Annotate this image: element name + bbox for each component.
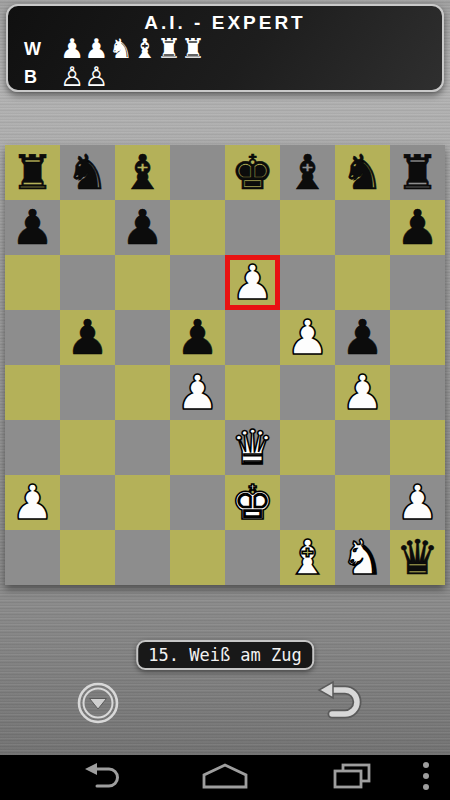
square-a5[interactable] — [5, 310, 60, 365]
white-captured-row: W ♟♟♞♝♜♜ — [24, 36, 442, 62]
piece-black-pawn: ♟ — [66, 310, 109, 365]
square-b4[interactable] — [60, 365, 115, 420]
square-b2[interactable] — [60, 475, 115, 530]
square-b6[interactable] — [60, 255, 115, 310]
square-d1[interactable] — [170, 530, 225, 585]
square-f6[interactable] — [280, 255, 335, 310]
piece-black-pawn: ♟ — [176, 310, 219, 365]
square-g7[interactable] — [335, 200, 390, 255]
square-e1[interactable] — [225, 530, 280, 585]
square-b8[interactable]: ♞ — [60, 145, 115, 200]
square-f4[interactable] — [280, 365, 335, 420]
black-captured-row: B ♙♙ — [24, 64, 442, 90]
circle-down-arrow-icon — [76, 713, 120, 728]
black-side-label: B — [24, 67, 60, 88]
square-f2[interactable] — [280, 475, 335, 530]
captured-white-pawn: ♟ — [60, 36, 84, 62]
piece-black-rook: ♜ — [396, 145, 439, 200]
piece-white-pawn: ♟ — [341, 365, 384, 420]
piece-white-king: ♚ — [231, 475, 274, 530]
piece-black-pawn: ♟ — [11, 200, 54, 255]
square-h5[interactable] — [390, 310, 445, 365]
nav-recents-button[interactable] — [330, 755, 374, 800]
square-e3[interactable]: ♛ — [225, 420, 280, 475]
recents-icon — [332, 762, 372, 793]
square-d7[interactable] — [170, 200, 225, 255]
piece-white-pawn: ♟ — [11, 475, 54, 530]
square-e8[interactable]: ♚ — [225, 145, 280, 200]
square-h6[interactable] — [390, 255, 445, 310]
back-icon — [83, 761, 123, 794]
white-side-label: W — [24, 39, 60, 60]
square-c5[interactable] — [115, 310, 170, 365]
piece-white-pawn: ♟ — [231, 255, 274, 310]
square-a2[interactable]: ♟ — [5, 475, 60, 530]
square-h1[interactable]: ♛ — [390, 530, 445, 585]
square-f1[interactable]: ♝ — [280, 530, 335, 585]
square-a6[interactable] — [5, 255, 60, 310]
square-h7[interactable]: ♟ — [390, 200, 445, 255]
home-icon — [201, 763, 249, 792]
black-lost-pieces-tray: ♙♙ — [60, 64, 108, 90]
square-f7[interactable] — [280, 200, 335, 255]
game-info-panel: A.I. - EXPERT W ♟♟♞♝♜♜ B ♙♙ — [6, 4, 444, 92]
square-c8[interactable]: ♝ — [115, 145, 170, 200]
square-d6[interactable] — [170, 255, 225, 310]
chess-board[interactable]: ♜♞♝♚♝♞♜♟♟♟♟♟♟♟♟♟♟♛♟♚♟♝♞♛ — [5, 145, 445, 585]
piece-white-pawn: ♟ — [176, 365, 219, 420]
piece-black-rook: ♜ — [11, 145, 54, 200]
piece-white-pawn: ♟ — [286, 310, 329, 365]
android-navbar — [0, 755, 450, 800]
piece-black-pawn: ♟ — [396, 200, 439, 255]
square-c3[interactable] — [115, 420, 170, 475]
piece-white-knight: ♞ — [341, 530, 384, 585]
square-d8[interactable] — [170, 145, 225, 200]
piece-white-queen: ♛ — [231, 420, 274, 475]
undo-arrow-icon — [315, 714, 365, 729]
piece-black-king: ♚ — [231, 145, 274, 200]
square-a4[interactable] — [5, 365, 60, 420]
square-e6[interactable]: ♟ — [225, 255, 280, 310]
square-c1[interactable] — [115, 530, 170, 585]
square-g5[interactable]: ♟ — [335, 310, 390, 365]
app-screen: A.I. - EXPERT W ♟♟♞♝♜♜ B ♙♙ ♜♞♝♚♝♞♜♟♟♟♟♟… — [0, 0, 450, 800]
move-status: 15. Weiß am Zug — [136, 640, 314, 670]
square-e7[interactable] — [225, 200, 280, 255]
square-b7[interactable] — [60, 200, 115, 255]
nav-back-button[interactable] — [81, 755, 125, 800]
square-f5[interactable]: ♟ — [280, 310, 335, 365]
white-lost-pieces-tray: ♟♟♞♝♜♜ — [60, 36, 205, 62]
piece-black-bishop: ♝ — [121, 145, 164, 200]
square-g3[interactable] — [335, 420, 390, 475]
captured-white-rook: ♜ — [181, 36, 205, 62]
captured-black-pawn: ♙ — [84, 64, 108, 90]
square-a7[interactable]: ♟ — [5, 200, 60, 255]
square-e4[interactable] — [225, 365, 280, 420]
nav-overflow-menu-button[interactable] — [416, 755, 436, 800]
square-b3[interactable] — [60, 420, 115, 475]
square-e2[interactable]: ♚ — [225, 475, 280, 530]
piece-black-bishop: ♝ — [286, 145, 329, 200]
square-d3[interactable] — [170, 420, 225, 475]
piece-white-bishop: ♝ — [286, 530, 329, 585]
square-c7[interactable]: ♟ — [115, 200, 170, 255]
square-c4[interactable] — [115, 365, 170, 420]
captured-white-rook: ♜ — [157, 36, 181, 62]
undo-move-button[interactable] — [315, 680, 365, 726]
square-h4[interactable] — [390, 365, 445, 420]
piece-black-knight: ♞ — [66, 145, 109, 200]
square-g2[interactable] — [335, 475, 390, 530]
square-f3[interactable] — [280, 420, 335, 475]
square-g8[interactable]: ♞ — [335, 145, 390, 200]
square-b1[interactable] — [60, 530, 115, 585]
square-a1[interactable] — [5, 530, 60, 585]
captured-white-pawn: ♟ — [84, 36, 108, 62]
captured-black-pawn: ♙ — [60, 64, 84, 90]
game-title: A.I. - EXPERT — [8, 12, 442, 34]
piece-white-pawn: ♟ — [396, 475, 439, 530]
show-moves-button[interactable] — [76, 681, 120, 725]
square-g6[interactable] — [335, 255, 390, 310]
captured-white-knight: ♞ — [108, 36, 132, 62]
square-c6[interactable] — [115, 255, 170, 310]
square-g1[interactable]: ♞ — [335, 530, 390, 585]
square-h2[interactable]: ♟ — [390, 475, 445, 530]
square-b5[interactable]: ♟ — [60, 310, 115, 365]
square-g4[interactable]: ♟ — [335, 365, 390, 420]
piece-black-pawn: ♟ — [121, 200, 164, 255]
square-a8[interactable]: ♜ — [5, 145, 60, 200]
square-h8[interactable]: ♜ — [390, 145, 445, 200]
piece-black-pawn: ♟ — [341, 310, 384, 365]
overflow-menu-icon — [421, 761, 431, 794]
square-c2[interactable] — [115, 475, 170, 530]
square-d4[interactable]: ♟ — [170, 365, 225, 420]
square-a3[interactable] — [5, 420, 60, 475]
square-h3[interactable] — [390, 420, 445, 475]
square-d5[interactable]: ♟ — [170, 310, 225, 365]
square-d2[interactable] — [170, 475, 225, 530]
square-f8[interactable]: ♝ — [280, 145, 335, 200]
captured-white-bishop: ♝ — [133, 36, 157, 62]
nav-home-button[interactable] — [201, 755, 249, 800]
square-e5[interactable] — [225, 310, 280, 365]
piece-black-queen: ♛ — [396, 530, 439, 585]
piece-black-knight: ♞ — [341, 145, 384, 200]
